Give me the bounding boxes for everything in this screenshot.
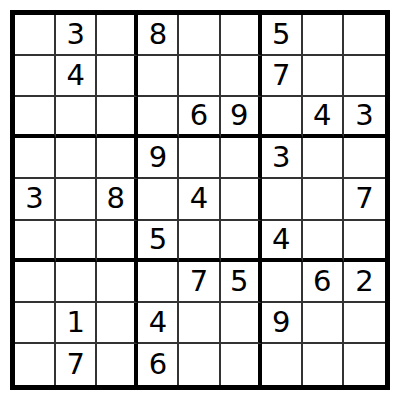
cell-r6c5-empty[interactable] [179,221,220,262]
cell-r1c2-given[interactable]: 3 [56,15,97,56]
cell-r2c8-empty[interactable] [303,56,344,97]
cell-r6c8-empty[interactable] [303,221,344,262]
cell-r3c2-empty[interactable] [56,97,97,138]
cell-r4c9-empty[interactable] [344,138,385,179]
cell-r6c3-empty[interactable] [97,221,138,262]
cell-r3c8-given[interactable]: 4 [303,97,344,138]
cell-r2c4-empty[interactable] [138,56,179,97]
cell-r2c7-given[interactable]: 7 [262,56,303,97]
cell-r8c9-empty[interactable] [344,303,385,344]
cell-r7c7-empty[interactable] [262,262,303,303]
cell-r5c6-empty[interactable] [221,179,262,220]
cell-r7c3-empty[interactable] [97,262,138,303]
cell-r7c8-given[interactable]: 6 [303,262,344,303]
cell-r4c6-empty[interactable] [221,138,262,179]
cell-r9c5-empty[interactable] [179,344,220,385]
cell-r7c4-empty[interactable] [138,262,179,303]
sudoku-page: 38547694393384754756214976 [0,0,400,400]
cell-r1c9-empty[interactable] [344,15,385,56]
cell-r2c5-empty[interactable] [179,56,220,97]
cell-r3c5-given[interactable]: 6 [179,97,220,138]
cell-r6c4-given[interactable]: 5 [138,221,179,262]
cell-r9c7-empty[interactable] [262,344,303,385]
cell-r9c4-given[interactable]: 6 [138,344,179,385]
cell-r8c4-given[interactable]: 4 [138,303,179,344]
cell-r6c1-empty[interactable] [15,221,56,262]
cell-r8c1-empty[interactable] [15,303,56,344]
cell-r5c9-given[interactable]: 7 [344,179,385,220]
cell-r8c3-empty[interactable] [97,303,138,344]
cell-r8c8-empty[interactable] [303,303,344,344]
cell-r8c7-given[interactable]: 9 [262,303,303,344]
cell-r2c3-empty[interactable] [97,56,138,97]
cell-r3c4-empty[interactable] [138,97,179,138]
cell-r1c8-empty[interactable] [303,15,344,56]
cell-r8c5-empty[interactable] [179,303,220,344]
cell-r7c2-empty[interactable] [56,262,97,303]
cell-r6c6-empty[interactable] [221,221,262,262]
cell-r5c7-empty[interactable] [262,179,303,220]
cell-r6c2-empty[interactable] [56,221,97,262]
cell-r5c2-empty[interactable] [56,179,97,220]
cell-r9c2-given[interactable]: 7 [56,344,97,385]
cell-r5c3-given[interactable]: 8 [97,179,138,220]
cell-r4c7-given[interactable]: 3 [262,138,303,179]
cell-r7c1-empty[interactable] [15,262,56,303]
cell-r3c9-given[interactable]: 3 [344,97,385,138]
cell-r7c6-given[interactable]: 5 [221,262,262,303]
cell-r3c6-given[interactable]: 9 [221,97,262,138]
cell-r2c9-empty[interactable] [344,56,385,97]
cell-r7c9-given[interactable]: 2 [344,262,385,303]
cell-r4c8-empty[interactable] [303,138,344,179]
cell-r9c1-empty[interactable] [15,344,56,385]
cell-r1c7-given[interactable]: 5 [262,15,303,56]
cell-r1c1-empty[interactable] [15,15,56,56]
cell-r1c6-empty[interactable] [221,15,262,56]
cell-r2c6-empty[interactable] [221,56,262,97]
cell-r1c5-empty[interactable] [179,15,220,56]
cell-r5c5-given[interactable]: 4 [179,179,220,220]
cell-r7c5-given[interactable]: 7 [179,262,220,303]
cell-r4c5-empty[interactable] [179,138,220,179]
cell-r1c3-empty[interactable] [97,15,138,56]
cell-r2c1-empty[interactable] [15,56,56,97]
cell-r8c2-given[interactable]: 1 [56,303,97,344]
cell-r5c1-given[interactable]: 3 [15,179,56,220]
cell-r3c7-empty[interactable] [262,97,303,138]
cell-r6c7-given[interactable]: 4 [262,221,303,262]
cell-r9c6-empty[interactable] [221,344,262,385]
cell-r4c4-given[interactable]: 9 [138,138,179,179]
cell-r1c4-given[interactable]: 8 [138,15,179,56]
cell-r4c2-empty[interactable] [56,138,97,179]
cell-r2c2-given[interactable]: 4 [56,56,97,97]
cell-r6c9-empty[interactable] [344,221,385,262]
sudoku-board: 38547694393384754756214976 [10,10,390,390]
cell-r4c3-empty[interactable] [97,138,138,179]
cell-r9c8-empty[interactable] [303,344,344,385]
cell-r3c1-empty[interactable] [15,97,56,138]
cell-r3c3-empty[interactable] [97,97,138,138]
cell-r9c3-empty[interactable] [97,344,138,385]
cell-r8c6-empty[interactable] [221,303,262,344]
cell-r5c8-empty[interactable] [303,179,344,220]
cell-r4c1-empty[interactable] [15,138,56,179]
cell-r9c9-empty[interactable] [344,344,385,385]
cell-r5c4-empty[interactable] [138,179,179,220]
